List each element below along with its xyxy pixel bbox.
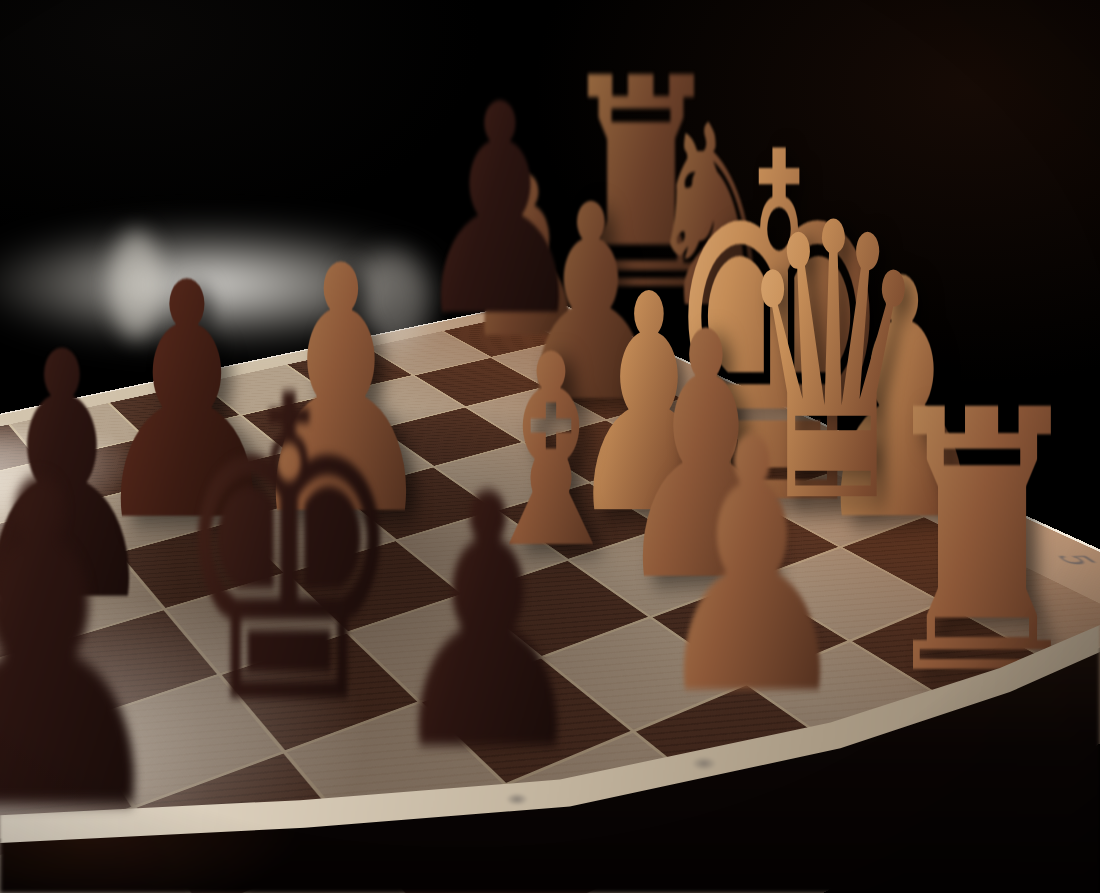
handwritten-edge-label: 5 xyxy=(1049,550,1100,567)
chess-photo-scene: 35 ♜♟♟♞♟♟♟♟♚♟♛♟♝♟♜♟♚♟♟ xyxy=(0,0,1100,893)
handwritten-edge-label: 3 xyxy=(967,514,1010,529)
